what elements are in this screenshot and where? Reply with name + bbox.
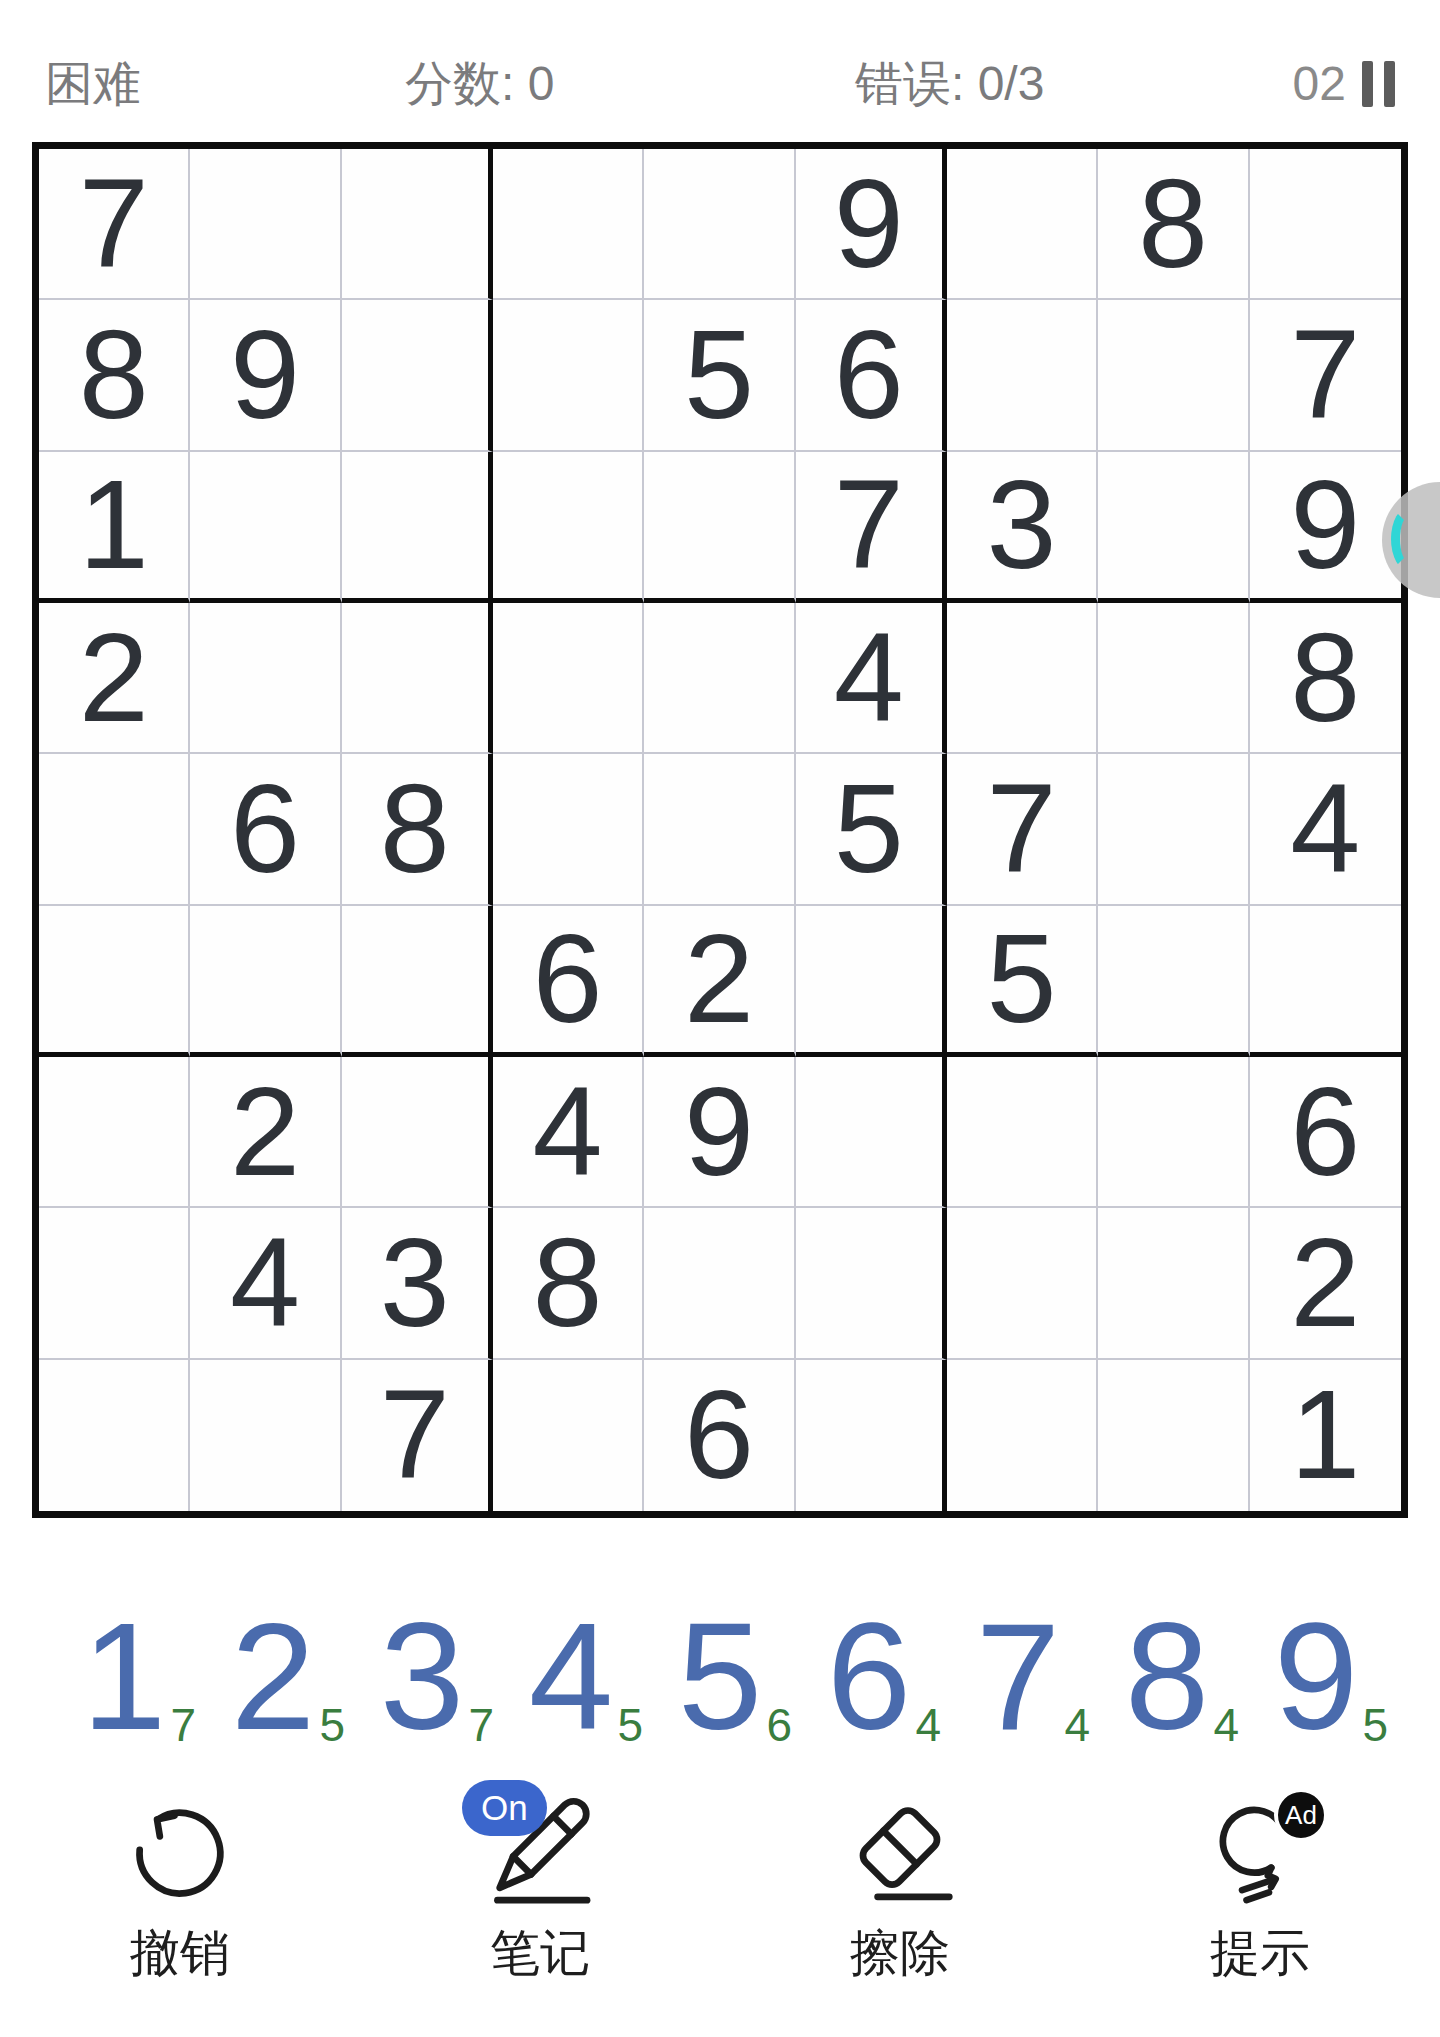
numpad-remaining-count: 5 [617, 1702, 643, 1748]
cell-r5c9[interactable]: 4 [1250, 754, 1401, 905]
numpad-remaining-count: 5 [1362, 1702, 1388, 1748]
eraser-icon [844, 1796, 956, 1908]
erase-label: 擦除 [850, 1924, 950, 1982]
cell-r7c7[interactable] [947, 1057, 1098, 1208]
cell-r8c2[interactable]: 4 [190, 1208, 341, 1359]
cell-r5c5[interactable] [644, 754, 795, 905]
numpad-remaining-count: 7 [468, 1702, 494, 1748]
numpad-digit: 2 [227, 1598, 319, 1754]
numpad-remaining-count: 7 [170, 1702, 196, 1748]
numpad-key-5[interactable]: 56 [674, 1598, 766, 1754]
toolbar: 撤销 On 笔记 擦除 [0, 1796, 1440, 1982]
cell-r1c8[interactable]: 8 [1098, 149, 1249, 300]
sudoku-app-screen: 困难 分数: 0 错误: 0/3 02 79889567173924868574… [0, 0, 1440, 2037]
cell-r4c2[interactable] [190, 603, 341, 754]
cell-r3c5[interactable] [644, 452, 795, 603]
numpad-key-7[interactable]: 74 [972, 1598, 1064, 1754]
numpad: 172537455664748495 [0, 1598, 1440, 1768]
pencil-icon: On [484, 1796, 596, 1908]
cell-r3c2[interactable] [190, 452, 341, 603]
cell-r2c3[interactable] [342, 300, 493, 451]
numpad-key-4[interactable]: 45 [525, 1598, 617, 1754]
cell-r2c8[interactable] [1098, 300, 1249, 451]
cell-r6c1[interactable] [39, 906, 190, 1057]
cell-r6c4[interactable]: 6 [493, 906, 644, 1057]
cell-r3c9[interactable]: 9 [1250, 452, 1401, 603]
cell-r2c1[interactable]: 8 [39, 300, 190, 451]
cell-r9c7[interactable] [947, 1360, 1098, 1511]
numpad-digit: 3 [376, 1598, 468, 1754]
numpad-remaining-count: 6 [766, 1702, 792, 1748]
cell-r6c5[interactable]: 2 [644, 906, 795, 1057]
cell-r7c9[interactable]: 6 [1250, 1057, 1401, 1208]
cell-r8c9[interactable]: 2 [1250, 1208, 1401, 1359]
numpad-key-3[interactable]: 37 [376, 1598, 468, 1754]
cell-r4c7[interactable] [947, 603, 1098, 754]
cell-r2c7[interactable] [947, 300, 1098, 451]
cell-r7c2[interactable]: 2 [190, 1057, 341, 1208]
cell-r7c5[interactable]: 9 [644, 1057, 795, 1208]
timer-group: 02 [1293, 54, 1395, 114]
numpad-digit: 1 [78, 1598, 170, 1754]
cell-r1c6[interactable]: 9 [796, 149, 947, 300]
pause-button[interactable] [1362, 61, 1395, 107]
notes-button[interactable]: On 笔记 [360, 1796, 720, 1982]
hint-ad-badge: Ad [1274, 1788, 1328, 1842]
cell-r3c3[interactable] [342, 452, 493, 603]
numpad-digit: 7 [972, 1598, 1064, 1754]
numpad-remaining-count: 5 [319, 1702, 345, 1748]
mistakes-text: 错误: 0/3 [855, 54, 1044, 114]
cell-r7c4[interactable]: 4 [493, 1057, 644, 1208]
cell-r1c2[interactable] [190, 149, 341, 300]
cell-r5c6[interactable]: 5 [796, 754, 947, 905]
erase-button[interactable]: 擦除 [720, 1796, 1080, 1982]
cell-r4c8[interactable] [1098, 603, 1249, 754]
cell-r4c5[interactable] [644, 603, 795, 754]
cell-r5c3[interactable]: 8 [342, 754, 493, 905]
cell-r2c4[interactable] [493, 300, 644, 451]
numpad-digit: 9 [1270, 1598, 1362, 1754]
cell-r7c8[interactable] [1098, 1057, 1249, 1208]
cell-r3c8[interactable] [1098, 452, 1249, 603]
cell-r2c5[interactable]: 5 [644, 300, 795, 451]
cell-r4c3[interactable] [342, 603, 493, 754]
sudoku-board: 7988956717392486857462524964382761 [32, 142, 1408, 1518]
numpad-key-9[interactable]: 95 [1270, 1598, 1362, 1754]
cell-r6c6[interactable] [796, 906, 947, 1057]
cell-r3c6[interactable]: 7 [796, 452, 947, 603]
numpad-remaining-count: 4 [1064, 1702, 1090, 1748]
numpad-key-1[interactable]: 17 [78, 1598, 170, 1754]
cell-r1c5[interactable] [644, 149, 795, 300]
pause-icon [1384, 61, 1395, 107]
notes-on-badge: On [462, 1780, 547, 1836]
cell-r8c7[interactable] [947, 1208, 1098, 1359]
cell-r5c7[interactable]: 7 [947, 754, 1098, 905]
cell-r7c3[interactable] [342, 1057, 493, 1208]
numpad-key-8[interactable]: 84 [1121, 1598, 1213, 1754]
pause-icon [1362, 61, 1373, 107]
cell-r1c9[interactable] [1250, 149, 1401, 300]
cell-r9c4[interactable] [493, 1360, 644, 1511]
handle-arc-icon [1391, 507, 1427, 571]
numpad-digit: 8 [1121, 1598, 1213, 1754]
cell-r9c6[interactable] [796, 1360, 947, 1511]
numpad-remaining-count: 4 [1213, 1702, 1239, 1748]
top-bar: 困难 分数: 0 错误: 0/3 02 [0, 0, 1440, 140]
cell-r3c1[interactable]: 1 [39, 452, 190, 603]
numpad-digit: 5 [674, 1598, 766, 1754]
cell-r9c1[interactable] [39, 1360, 190, 1511]
cell-r2c9[interactable]: 7 [1250, 300, 1401, 451]
cell-r4c1[interactable]: 2 [39, 603, 190, 754]
cell-r1c4[interactable] [493, 149, 644, 300]
timer-text: 02 [1293, 54, 1346, 114]
numpad-key-2[interactable]: 25 [227, 1598, 319, 1754]
cell-r3c4[interactable] [493, 452, 644, 603]
hint-button[interactable]: Ad 提示 [1080, 1796, 1440, 1982]
cell-r2c6[interactable]: 6 [796, 300, 947, 451]
undo-button[interactable]: 撤销 [0, 1796, 360, 1982]
cell-r9c9[interactable]: 1 [1250, 1360, 1401, 1511]
cell-r4c4[interactable] [493, 603, 644, 754]
cell-r6c3[interactable] [342, 906, 493, 1057]
cell-r8c3[interactable]: 3 [342, 1208, 493, 1359]
hint-label: 提示 [1210, 1924, 1310, 1982]
numpad-digit: 6 [823, 1598, 915, 1754]
cell-r8c6[interactable] [796, 1208, 947, 1359]
cell-r4c9[interactable]: 8 [1250, 603, 1401, 754]
score-text: 分数: 0 [405, 54, 554, 114]
cell-r1c1[interactable]: 7 [39, 149, 190, 300]
cell-r2c2[interactable]: 9 [190, 300, 341, 451]
cell-r6c8[interactable] [1098, 906, 1249, 1057]
lightbulb-icon: Ad [1204, 1796, 1316, 1908]
cell-r9c2[interactable] [190, 1360, 341, 1511]
cell-r8c1[interactable] [39, 1208, 190, 1359]
undo-label: 撤销 [130, 1924, 230, 1982]
numpad-remaining-count: 4 [915, 1702, 941, 1748]
cell-r9c5[interactable]: 6 [644, 1360, 795, 1511]
cell-r5c8[interactable] [1098, 754, 1249, 905]
cell-r9c8[interactable] [1098, 1360, 1249, 1511]
cell-r7c1[interactable] [39, 1057, 190, 1208]
undo-icon [124, 1796, 236, 1908]
difficulty-label: 困难 [45, 54, 141, 114]
cell-r8c4[interactable]: 8 [493, 1208, 644, 1359]
numpad-key-6[interactable]: 64 [823, 1598, 915, 1754]
cell-r5c1[interactable] [39, 754, 190, 905]
cell-r5c4[interactable] [493, 754, 644, 905]
notes-label: 笔记 [490, 1924, 590, 1982]
cell-r6c2[interactable] [190, 906, 341, 1057]
cell-r6c9[interactable] [1250, 906, 1401, 1057]
cell-r1c3[interactable] [342, 149, 493, 300]
cell-r1c7[interactable] [947, 149, 1098, 300]
cell-r9c3[interactable]: 7 [342, 1360, 493, 1511]
cell-r4c6[interactable]: 4 [796, 603, 947, 754]
cell-r8c8[interactable] [1098, 1208, 1249, 1359]
cell-r8c5[interactable] [644, 1208, 795, 1359]
cell-r3c7[interactable]: 3 [947, 452, 1098, 603]
cell-r6c7[interactable]: 5 [947, 906, 1098, 1057]
numpad-digit: 4 [525, 1598, 617, 1754]
cell-r5c2[interactable]: 6 [190, 754, 341, 905]
cell-r7c6[interactable] [796, 1057, 947, 1208]
